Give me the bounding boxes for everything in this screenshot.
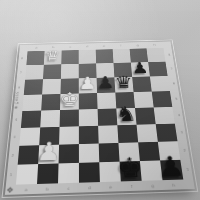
square-c8 [61,50,78,64]
square-c5: ♚ [60,94,79,110]
square-g7: ♟ [131,62,150,77]
square-d1 [79,162,100,182]
square-f6: ♛ [114,77,133,93]
square-a8 [26,51,44,65]
square-e7 [96,63,114,78]
rank-label-3: 3 [10,128,19,146]
piece-black-pawn-e6: ♟ [96,75,115,92]
square-e6: ♟ [97,77,116,93]
rank-label-5: 5 [172,91,182,107]
board-logo-icon: ❖ [6,187,14,195]
square-c3 [59,126,79,144]
square-a1 [16,164,38,185]
square-f8 [113,49,131,63]
square-f3 [117,125,138,143]
square-b3 [39,127,59,145]
rank-label-8: 8 [165,48,174,62]
square-d8 [79,50,96,64]
piece-black-pawn-g7: ♟ [131,60,149,76]
chessboard: ◉ CHESS ❖ abcdefgh abcdefgh 87654321 876… [5,41,195,194]
square-b7 [43,64,61,79]
rank-label-6: 6 [169,76,178,91]
photo-frame: ◉ CHESS ❖ abcdefgh abcdefgh 87654321 876… [0,0,200,200]
piece-white-pawn-d6: ♟ [79,75,97,92]
square-b2: ♟ [38,145,59,164]
square-e3 [98,125,118,143]
square-h3 [156,124,178,142]
square-f2 [118,142,139,161]
piece-white-queen-b8: ♛ [45,49,61,63]
file-label-a: a [28,45,45,51]
square-g2 [138,142,160,161]
square-b5 [41,94,60,111]
square-b1 [37,163,59,184]
square-f7 [113,63,132,78]
square-h6 [150,76,170,92]
rank-label-8: 8 [18,51,26,65]
square-c6 [60,78,78,94]
file-label-g: g [142,182,164,190]
rank-label-4: 4 [174,107,184,124]
rank-label-4: 4 [12,111,21,128]
rank-label-1: 1 [6,165,16,185]
square-a3 [19,127,40,145]
square-a2 [18,145,40,164]
file-label-f: f [121,182,143,191]
square-g4 [135,107,156,124]
file-label-d: d [79,184,100,193]
square-g6 [132,76,152,92]
file-label-c: c [58,184,79,193]
piece-black-queen-f6: ♛ [114,74,133,91]
square-g1 [140,160,163,180]
square-d6: ♟ [79,78,97,94]
file-label-a: a [15,185,37,194]
square-a5 [22,94,42,111]
square-e5 [97,93,116,109]
square-h7 [148,62,167,77]
rank-label-2: 2 [179,141,190,160]
square-e1 [99,162,121,182]
square-e8 [96,49,114,63]
square-b4 [40,110,60,127]
square-c1 [58,163,79,183]
rank-label-2: 2 [8,146,17,165]
square-h1: ♟ [160,160,183,180]
square-h4 [154,107,175,124]
file-label-e: e [95,43,112,48]
square-a6 [24,79,43,95]
square-f5 [115,92,135,108]
board-grid: ♛♟♟♟♛♚♞♟♚♟ [16,48,183,185]
square-e4 [98,108,118,125]
square-f1: ♚ [120,161,142,181]
square-a7 [25,65,44,80]
file-label-c: c [62,44,79,49]
file-label-b: b [45,44,62,49]
square-c7 [61,64,79,79]
square-f4: ♞ [116,108,136,125]
square-h8 [147,48,166,62]
square-d7 [79,63,97,78]
file-label-b: b [36,185,58,194]
file-label-e: e [100,183,121,192]
square-b8: ♛ [44,50,62,64]
square-d3 [79,126,99,144]
rank-label-1: 1 [182,160,193,180]
rank-label-7: 7 [17,65,25,80]
square-h5 [152,91,173,107]
square-b6 [42,79,61,95]
square-h2 [158,141,180,160]
square-c2 [59,144,79,163]
square-a4 [21,111,41,128]
file-label-g: g [129,42,146,47]
file-label-d: d [79,44,96,49]
square-g3 [137,124,158,142]
square-e2 [99,143,120,162]
rank-label-7: 7 [167,61,176,76]
file-label-f: f [112,43,129,48]
square-d5 [79,93,98,109]
rank-label-3: 3 [177,123,187,141]
file-label-h: h [163,181,185,189]
square-d4 [79,109,98,126]
square-c4 [60,109,79,126]
square-g5 [134,92,154,108]
square-g8 [130,48,149,62]
square-d2 [79,144,99,163]
file-label-h: h [146,42,163,47]
